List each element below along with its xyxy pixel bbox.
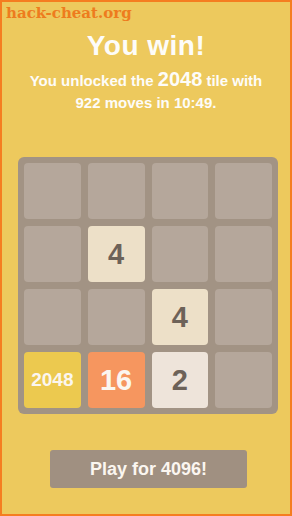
tile-4: 4 — [88, 226, 145, 282]
empty-cell — [88, 163, 145, 219]
tile-4: 4 — [152, 289, 209, 345]
empty-cell — [215, 163, 272, 219]
subtitle-suffix-line2: 922 moves in 10:49. — [76, 94, 217, 111]
empty-cell — [215, 289, 272, 345]
tile-2048: 2048 — [24, 352, 81, 408]
empty-cell — [24, 226, 81, 282]
unlocked-tile-value: 2048 — [158, 68, 203, 90]
board: 442048162 — [18, 157, 278, 414]
tile-2: 2 — [152, 352, 209, 408]
empty-cell — [24, 289, 81, 345]
empty-cell — [152, 226, 209, 282]
subtitle-suffix-line1: tile with — [202, 72, 262, 89]
win-title: You win! — [2, 30, 290, 62]
empty-cell — [215, 226, 272, 282]
watermark: hack-cheat.org — [6, 4, 132, 22]
play-again-button[interactable]: Play for 4096! — [50, 450, 247, 488]
empty-cell — [24, 163, 81, 219]
empty-cell — [215, 352, 272, 408]
win-subtitle: You unlocked the 2048 tile with922 moves… — [12, 68, 280, 114]
empty-cell — [88, 289, 145, 345]
tile-16: 16 — [88, 352, 145, 408]
subtitle-prefix: You unlocked the — [30, 72, 158, 89]
win-screen: hack-cheat.org You win! You unlocked the… — [0, 0, 292, 516]
empty-cell — [152, 163, 209, 219]
